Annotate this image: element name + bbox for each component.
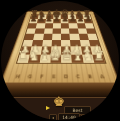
- file-coordinate-labels: HGFEDCBA: [10, 72, 109, 81]
- square-d7[interactable]: ♟: [61, 19, 69, 24]
- file-label-g: G: [23, 72, 37, 81]
- file-label-e: E: [48, 72, 60, 81]
- piece-black-pawn[interactable]: ♟: [46, 16, 53, 24]
- chess-board: ♜♞♝♚♛♝♞♜♟♟♟♟♟♟♟♟♟♟♟♟♟♟♟♟♜♞♝♚♛♝♞♜ HGFEDCB…: [1, 11, 119, 83]
- status-bar: ♚ Best ◂ 14:40 ▸: [1, 97, 119, 120]
- play-indicator-icon: [46, 106, 50, 110]
- board-grid: ♜♞♝♚♛♝♞♜♟♟♟♟♟♟♟♟♟♟♟♟♟♟♟♟♜♞♝♚♛♝♞♜: [16, 14, 107, 64]
- file-label-a: A: [95, 72, 109, 81]
- square-f5[interactable]: [44, 28, 53, 33]
- game-clock: 14:40: [58, 113, 80, 120]
- file-label-d: D: [60, 72, 72, 81]
- square-e5[interactable]: [52, 28, 61, 33]
- piece-black-pawn[interactable]: ♟: [38, 16, 45, 24]
- prev-move-button[interactable]: ◂: [49, 114, 57, 120]
- square-f7[interactable]: ♟: [45, 19, 53, 24]
- piece-black-pawn[interactable]: ♟: [77, 16, 84, 24]
- piece-black-pawn[interactable]: ♟: [61, 16, 68, 24]
- scene-background: ♜♞♝♚♛♝♞♜♟♟♟♟♟♟♟♟♟♟♟♟♟♟♟♟♜♞♝♚♛♝♞♜ HGFEDCB…: [1, 1, 119, 120]
- square-d5[interactable]: [61, 28, 70, 33]
- circular-mask: ♜♞♝♚♛♝♞♜♟♟♟♟♟♟♟♟♟♟♟♟♟♟♟♟♜♞♝♚♛♝♞♜ HGFEDCB…: [1, 1, 119, 120]
- turn-white-king-icon: ♚: [53, 95, 65, 108]
- square-a7[interactable]: ♟: [83, 19, 92, 24]
- piece-black-pawn[interactable]: ♟: [69, 16, 76, 24]
- square-c1[interactable]: ♝: [71, 54, 83, 63]
- file-label-f: F: [35, 72, 48, 81]
- square-b7[interactable]: ♟: [76, 19, 85, 24]
- next-move-button[interactable]: ▸: [81, 114, 89, 120]
- piece-black-pawn[interactable]: ♟: [85, 16, 92, 24]
- file-label-b: B: [83, 72, 97, 81]
- piece-black-pawn[interactable]: ♟: [53, 16, 60, 24]
- screenshot-viewport: ♜♞♝♚♛♝♞♜♟♟♟♟♟♟♟♟♟♟♟♟♟♟♟♟♜♞♝♚♛♝♞♜ HGFEDCB…: [0, 0, 120, 121]
- square-a5[interactable]: [86, 28, 96, 33]
- square-a1[interactable]: ♜: [92, 54, 105, 63]
- file-label-c: C: [72, 72, 85, 81]
- square-d1[interactable]: ♛: [61, 54, 72, 63]
- square-g7[interactable]: ♟: [37, 19, 46, 24]
- square-b1[interactable]: ♞: [82, 54, 94, 63]
- piece-black-pawn[interactable]: ♟: [30, 16, 37, 24]
- square-e7[interactable]: ♟: [53, 19, 61, 24]
- square-c7[interactable]: ♟: [68, 19, 76, 24]
- piece-white-rook[interactable]: ♜: [94, 50, 106, 63]
- square-e1[interactable]: ♚: [50, 54, 61, 63]
- piece-white-rook[interactable]: ♜: [17, 50, 29, 63]
